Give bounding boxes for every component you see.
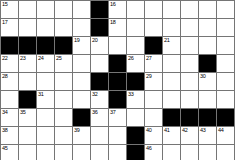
cell-r9c1[interactable]: 45 bbox=[1, 145, 18, 160]
cell-r6c6[interactable]: 32 bbox=[91, 91, 108, 108]
cell-r9c6[interactable] bbox=[91, 145, 108, 160]
cell-r6c9[interactable] bbox=[145, 91, 162, 108]
cell-r1c4[interactable] bbox=[55, 1, 72, 18]
cell-r8c9[interactable]: 40 bbox=[145, 127, 162, 144]
black-cell-r3c4 bbox=[55, 37, 72, 54]
cell-r2c9[interactable] bbox=[145, 19, 162, 36]
black-cell-r3c9 bbox=[145, 37, 162, 54]
black-cell-r8c8 bbox=[127, 127, 144, 144]
cell-r2c7[interactable]: 18 bbox=[109, 19, 126, 36]
cell-r8c11[interactable]: 42 bbox=[181, 127, 198, 144]
black-cell-r2c6 bbox=[91, 19, 108, 36]
black-cell-r3c2 bbox=[19, 37, 36, 54]
cell-r8c4[interactable] bbox=[55, 127, 72, 144]
cell-r4c6[interactable] bbox=[91, 55, 108, 72]
cell-r5c10[interactable] bbox=[163, 73, 180, 90]
cell-r8c13[interactable]: 44 bbox=[217, 127, 234, 144]
cell-r2c12[interactable] bbox=[199, 19, 216, 36]
black-cell-r3c3 bbox=[37, 37, 54, 54]
cell-r3c5[interactable]: 19 bbox=[73, 37, 90, 54]
cell-r5c9[interactable]: 29 bbox=[145, 73, 162, 90]
cell-r1c10[interactable] bbox=[163, 1, 180, 18]
cell-r9c13[interactable] bbox=[217, 145, 234, 160]
clue-number: 20 bbox=[92, 37, 98, 43]
cell-r2c4[interactable] bbox=[55, 19, 72, 36]
cell-r1c9[interactable] bbox=[145, 1, 162, 18]
cell-r2c11[interactable] bbox=[181, 19, 198, 36]
cell-r3c10[interactable]: 21 bbox=[163, 37, 180, 54]
black-cell-r1c6 bbox=[91, 1, 108, 18]
cell-r8c12[interactable]: 43 bbox=[199, 127, 216, 144]
cell-r6c12[interactable] bbox=[199, 91, 216, 108]
clue-number: 19 bbox=[74, 37, 80, 43]
cell-r7c4[interactable] bbox=[55, 109, 72, 126]
cell-r6c1[interactable] bbox=[1, 91, 18, 108]
cell-r1c3[interactable] bbox=[37, 1, 54, 18]
cell-r5c12[interactable]: 30 bbox=[199, 73, 216, 90]
cell-r5c13[interactable] bbox=[217, 73, 234, 90]
cell-r4c4[interactable]: 25 bbox=[55, 55, 72, 72]
cell-r2c8[interactable] bbox=[127, 19, 144, 36]
clue-number: 22 bbox=[2, 55, 8, 61]
cell-r3c12[interactable] bbox=[199, 37, 216, 54]
clue-number: 44 bbox=[218, 127, 224, 133]
cell-r7c9[interactable] bbox=[145, 109, 162, 126]
cell-r4c1[interactable]: 22 bbox=[1, 55, 18, 72]
cell-r5c4[interactable] bbox=[55, 73, 72, 90]
cell-r8c7[interactable] bbox=[109, 127, 126, 144]
cell-r7c8[interactable] bbox=[127, 109, 144, 126]
cell-r2c3[interactable] bbox=[37, 19, 54, 36]
black-cell-r7c13 bbox=[217, 109, 234, 126]
cell-r6c13[interactable] bbox=[217, 91, 234, 108]
cell-r1c8[interactable] bbox=[127, 1, 144, 18]
cell-r7c1[interactable]: 34 bbox=[1, 109, 18, 126]
clue-number: 25 bbox=[56, 55, 62, 61]
clue-number: 21 bbox=[164, 37, 170, 43]
cell-r1c11[interactable] bbox=[181, 1, 198, 18]
clue-number: 17 bbox=[2, 19, 8, 25]
cell-r8c10[interactable]: 41 bbox=[163, 127, 180, 144]
cell-r8c2[interactable] bbox=[19, 127, 36, 144]
black-cell-r6c2 bbox=[19, 91, 36, 108]
clue-number: 30 bbox=[200, 73, 206, 79]
clue-number: 31 bbox=[38, 91, 44, 97]
black-cell-r4c7 bbox=[109, 55, 126, 72]
cell-r6c4[interactable] bbox=[55, 91, 72, 108]
cell-r8c3[interactable] bbox=[37, 127, 54, 144]
cell-r4c10[interactable] bbox=[163, 55, 180, 72]
black-cell-r3c1 bbox=[1, 37, 18, 54]
cell-r3c11[interactable] bbox=[181, 37, 198, 54]
cell-r4c8[interactable]: 26 bbox=[127, 55, 144, 72]
cell-r1c7[interactable]: 16 bbox=[109, 1, 126, 18]
cell-r9c5[interactable] bbox=[73, 145, 90, 160]
cell-r7c6[interactable]: 36 bbox=[91, 109, 108, 126]
cell-r1c12[interactable] bbox=[199, 1, 216, 18]
cell-r4c11[interactable] bbox=[181, 55, 198, 72]
cell-r8c5[interactable]: 39 bbox=[73, 127, 90, 144]
cell-r7c3[interactable] bbox=[37, 109, 54, 126]
clue-number: 37 bbox=[110, 109, 116, 115]
clue-number: 46 bbox=[146, 145, 152, 151]
clue-number: 23 bbox=[20, 55, 26, 61]
cell-r6c10[interactable] bbox=[163, 91, 180, 108]
clue-number: 28 bbox=[2, 73, 8, 79]
cell-r9c11[interactable] bbox=[181, 145, 198, 160]
cell-r9c4[interactable] bbox=[55, 145, 72, 160]
clue-number: 18 bbox=[110, 19, 116, 25]
cell-r5c5[interactable] bbox=[73, 73, 90, 90]
cell-r9c12[interactable] bbox=[199, 145, 216, 160]
cell-r9c9[interactable]: 46 bbox=[145, 145, 162, 160]
cell-r1c2[interactable] bbox=[19, 1, 36, 18]
black-cell-r9c8 bbox=[127, 145, 144, 160]
clue-number: 35 bbox=[20, 109, 26, 115]
cell-r2c5[interactable] bbox=[73, 19, 90, 36]
cell-r6c5[interactable] bbox=[73, 91, 90, 108]
cell-r4c3[interactable]: 24 bbox=[37, 55, 54, 72]
cell-r9c10[interactable] bbox=[163, 145, 180, 160]
clue-number: 36 bbox=[92, 109, 98, 115]
cell-r7c7[interactable]: 37 bbox=[109, 109, 126, 126]
black-cell-r5c6 bbox=[91, 73, 108, 90]
cell-r3c8[interactable] bbox=[127, 37, 144, 54]
cell-r6c3[interactable]: 31 bbox=[37, 91, 54, 108]
black-cell-r6c7 bbox=[109, 91, 126, 108]
cell-r2c1[interactable]: 17 bbox=[1, 19, 18, 36]
black-cell-r7c11 bbox=[181, 109, 198, 126]
cell-r9c7[interactable] bbox=[109, 145, 126, 160]
clue-number: 15 bbox=[2, 1, 8, 7]
cell-r5c2[interactable] bbox=[19, 73, 36, 90]
cell-r6c8[interactable]: 33 bbox=[127, 91, 144, 108]
crossword-app: 1516171819202122232425262728293031323334… bbox=[0, 0, 235, 160]
clue-number: 27 bbox=[146, 55, 152, 61]
cell-r9c3[interactable] bbox=[37, 145, 54, 160]
clue-number: 43 bbox=[200, 127, 206, 133]
cell-r1c5[interactable] bbox=[73, 1, 90, 18]
black-cell-r7c12 bbox=[199, 109, 216, 126]
clue-number: 34 bbox=[2, 109, 8, 115]
black-cell-r5c8 bbox=[127, 73, 144, 90]
clue-number: 38 bbox=[2, 127, 8, 133]
cell-r6c11[interactable] bbox=[181, 91, 198, 108]
cell-r1c1[interactable]: 15 bbox=[1, 1, 18, 18]
clue-number: 32 bbox=[92, 91, 98, 97]
cell-r3c13[interactable] bbox=[217, 37, 234, 54]
cell-r8c6[interactable] bbox=[91, 127, 108, 144]
cell-r3c6[interactable]: 20 bbox=[91, 37, 108, 54]
clue-number: 26 bbox=[128, 55, 134, 61]
cell-r5c11[interactable] bbox=[181, 73, 198, 90]
clue-number: 40 bbox=[146, 127, 152, 133]
cell-r7c2[interactable]: 35 bbox=[19, 109, 36, 126]
cell-r1c13[interactable] bbox=[217, 1, 234, 18]
black-cell-r5c7 bbox=[109, 73, 126, 90]
clue-number: 24 bbox=[38, 55, 44, 61]
black-cell-r7c10 bbox=[163, 109, 180, 126]
cell-r4c9[interactable]: 27 bbox=[145, 55, 162, 72]
clue-number: 41 bbox=[164, 127, 170, 133]
cell-r2c13[interactable] bbox=[217, 19, 234, 36]
cell-r2c2[interactable] bbox=[19, 19, 36, 36]
cell-r3c7[interactable] bbox=[109, 37, 126, 54]
cell-r5c3[interactable] bbox=[37, 73, 54, 90]
clue-number: 45 bbox=[2, 145, 8, 151]
cell-r2c10[interactable] bbox=[163, 19, 180, 36]
cell-r8c1[interactable]: 38 bbox=[1, 127, 18, 144]
cell-r4c5[interactable] bbox=[73, 55, 90, 72]
clue-number: 16 bbox=[110, 1, 116, 7]
cell-r4c2[interactable]: 23 bbox=[19, 55, 36, 72]
clue-number: 29 bbox=[146, 73, 152, 79]
crossword-grid: 1516171819202122232425262728293031323334… bbox=[0, 0, 235, 160]
cell-r5c1[interactable]: 28 bbox=[1, 73, 18, 90]
clue-number: 39 bbox=[74, 127, 80, 133]
cell-r9c2[interactable] bbox=[19, 145, 36, 160]
clue-number: 42 bbox=[182, 127, 188, 133]
black-cell-r4c12 bbox=[199, 55, 216, 72]
black-cell-r7c5 bbox=[73, 109, 90, 126]
cell-r4c13[interactable] bbox=[217, 55, 234, 72]
clue-number: 33 bbox=[128, 91, 134, 97]
